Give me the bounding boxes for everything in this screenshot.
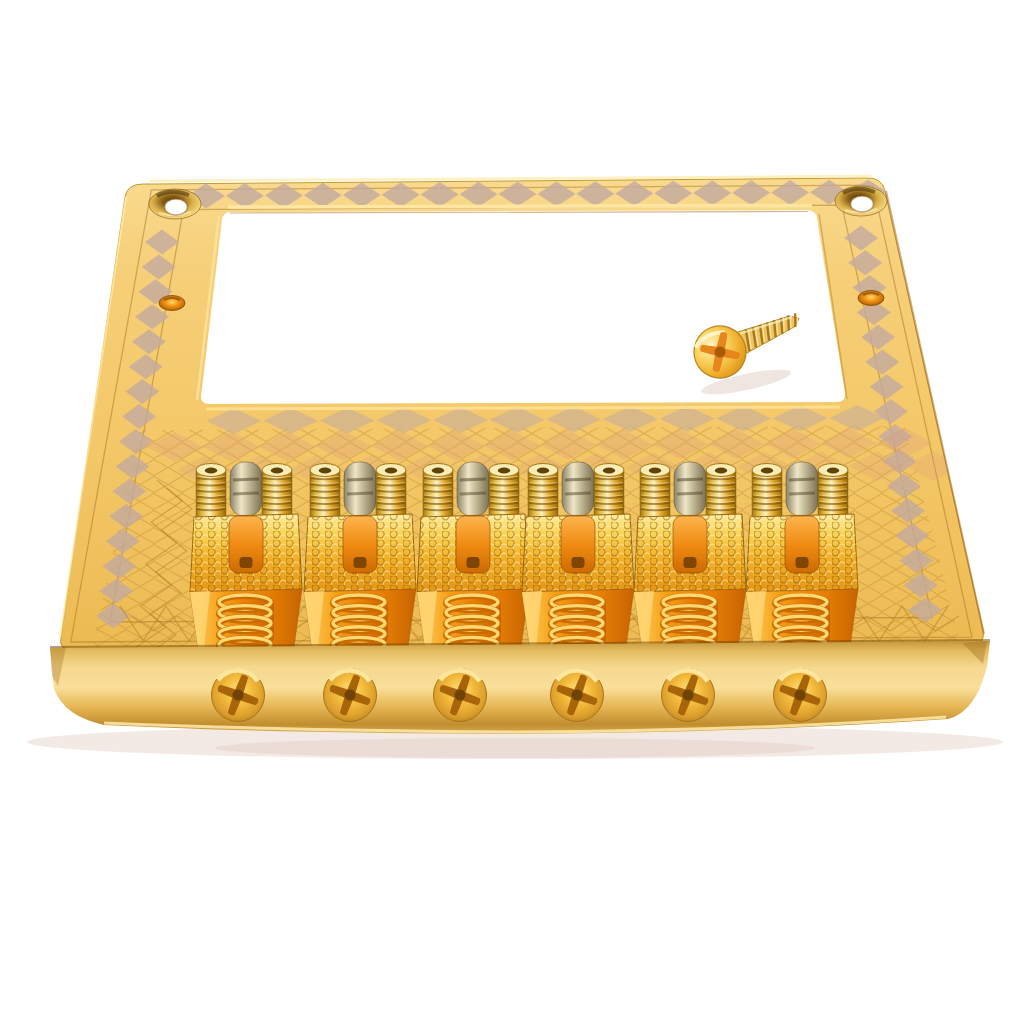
product-photo-stage bbox=[0, 0, 1020, 1020]
slot-hole bbox=[240, 557, 253, 568]
height-screw-left bbox=[423, 464, 453, 520]
saddle-5 bbox=[634, 462, 746, 652]
slot-hole bbox=[354, 557, 367, 568]
saddle-6 bbox=[746, 462, 858, 652]
hex-socket bbox=[649, 468, 661, 474]
guitar-bridge-product-photo bbox=[0, 0, 1020, 1020]
saddle-1 bbox=[190, 462, 302, 652]
hex-socket bbox=[603, 468, 615, 474]
hex-socket bbox=[498, 468, 510, 474]
cutout-bottom-lip bbox=[206, 407, 840, 409]
saddle-3 bbox=[417, 462, 529, 652]
hex-socket bbox=[319, 468, 331, 474]
saddle-4 bbox=[522, 462, 634, 652]
intonation-screw-end bbox=[344, 462, 376, 516]
hex-socket bbox=[715, 468, 727, 474]
intonation-screw-end bbox=[457, 462, 489, 516]
hex-socket bbox=[761, 468, 773, 474]
front-rail bbox=[50, 640, 990, 734]
height-screw-right bbox=[489, 464, 519, 520]
rail-screw-1 bbox=[211, 668, 265, 722]
slot-hole bbox=[684, 557, 697, 568]
hex-socket bbox=[432, 468, 444, 474]
rail-screw-5 bbox=[661, 668, 715, 722]
corner-screw-hole-left bbox=[149, 189, 201, 219]
side-hole-right bbox=[858, 291, 884, 306]
height-screw-right bbox=[818, 464, 848, 520]
rail-screw-6 bbox=[773, 668, 827, 722]
hex-socket bbox=[827, 468, 839, 474]
rail-screw-4 bbox=[550, 668, 604, 722]
height-screw-left bbox=[640, 464, 670, 520]
rail-screw-2 bbox=[323, 668, 377, 722]
slot-hole bbox=[467, 557, 480, 568]
through-hole bbox=[851, 196, 874, 212]
side-hole-left bbox=[159, 296, 185, 311]
height-screw-left bbox=[310, 464, 340, 520]
corner-screw-hole-right bbox=[835, 186, 887, 216]
intonation-screw-end bbox=[786, 462, 818, 516]
cutout-top-lip bbox=[228, 206, 812, 208]
hex-socket bbox=[271, 468, 283, 474]
rail-face bbox=[50, 641, 990, 734]
height-screw-right bbox=[376, 464, 406, 520]
rail-screw-3 bbox=[433, 668, 487, 722]
hex-socket bbox=[205, 468, 217, 474]
hex-socket bbox=[385, 468, 397, 474]
saddle-2 bbox=[304, 462, 416, 652]
intonation-screw-end bbox=[562, 462, 594, 516]
height-screw-right bbox=[594, 464, 624, 520]
through-hole bbox=[165, 199, 188, 215]
height-screw-right bbox=[706, 464, 736, 520]
intonation-screw-end bbox=[674, 462, 706, 516]
height-screw-right bbox=[262, 464, 292, 520]
height-screw-left bbox=[528, 464, 558, 520]
height-screw-left bbox=[752, 464, 782, 520]
height-screw-left bbox=[196, 464, 226, 520]
slot-hole bbox=[572, 557, 585, 568]
slot-hole bbox=[796, 557, 809, 568]
intonation-spring bbox=[216, 595, 274, 652]
hex-socket bbox=[537, 468, 549, 474]
intonation-screw-end bbox=[230, 462, 262, 516]
